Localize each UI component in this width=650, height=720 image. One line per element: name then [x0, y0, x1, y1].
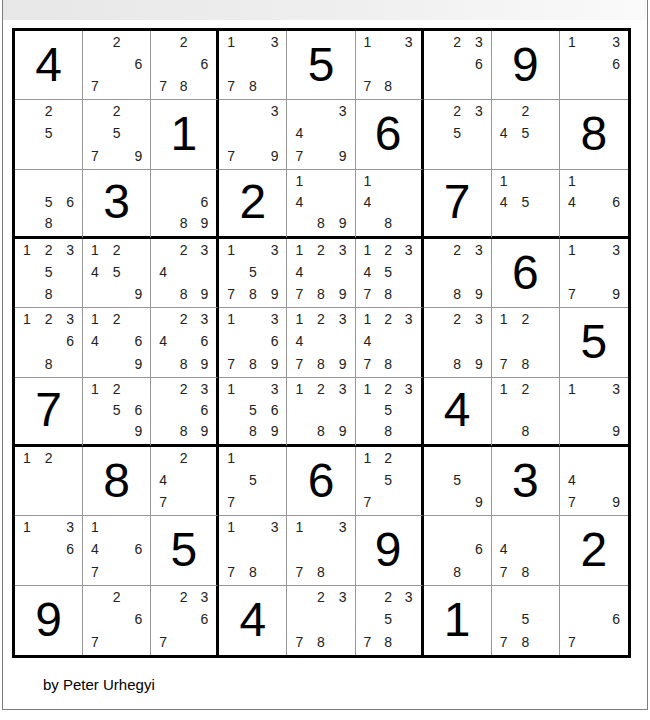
cell-r3c4[interactable]: 2	[219, 170, 287, 239]
pencil-mark: 6	[612, 57, 620, 71]
cell-r5c5[interactable]: 1234789	[287, 308, 355, 377]
pencil-marks: 23489	[151, 239, 216, 307]
pencil-mark: 8	[249, 565, 257, 579]
cell-r9c7[interactable]: 1	[424, 586, 492, 655]
given-digit: 1	[151, 100, 216, 168]
pencil-mark: 8	[453, 565, 461, 579]
cell-r8c4[interactable]: 1378	[219, 516, 287, 585]
pencil-mark: 8	[180, 79, 188, 93]
pencil-mark: 2	[384, 243, 392, 257]
given-digit: 7	[15, 378, 82, 444]
pencil-marks: 67	[560, 586, 628, 655]
pencil-marks: 148	[356, 170, 421, 236]
pencil-mark: 3	[475, 35, 483, 49]
pencil-mark: 5	[113, 403, 121, 417]
cell-r5c3[interactable]: 234689	[151, 308, 219, 377]
pencil-mark: 3	[612, 382, 620, 396]
given-digit: 4	[424, 378, 491, 444]
pencil-mark: 2	[113, 312, 121, 326]
cell-r2c7[interactable]: 235	[424, 100, 492, 169]
pencil-mark: 7	[227, 565, 235, 579]
cell-r4c4[interactable]: 135789	[219, 239, 287, 308]
pencil-mark: 8	[249, 287, 257, 301]
pencil-marks: 1489	[287, 170, 354, 236]
cell-r6c6[interactable]: 12358	[356, 378, 424, 447]
pencil-mark: 7	[364, 495, 372, 509]
pencil-mark: 6	[134, 57, 142, 71]
pencil-mark: 6	[134, 403, 142, 417]
pencil-mark: 2	[113, 104, 121, 118]
pencil-marks: 145	[492, 170, 559, 236]
pencil-mark: 8	[384, 216, 392, 230]
pencil-mark: 6	[134, 334, 142, 348]
pencil-mark: 9	[134, 424, 142, 438]
pencil-mark: 2	[317, 312, 325, 326]
pencil-marks: 12358	[15, 239, 82, 307]
pencil-mark: 6	[201, 612, 209, 626]
pencil-mark: 3	[475, 104, 483, 118]
cell-r6c8[interactable]: 128	[492, 378, 560, 447]
pencil-mark: 9	[339, 357, 347, 371]
pencil-marks: 12368	[15, 308, 82, 376]
cell-r3c2[interactable]: 3	[83, 170, 151, 239]
given-digit: 6	[287, 447, 354, 515]
pencil-mark: 2	[180, 312, 188, 326]
pencil-mark: 7	[568, 495, 576, 509]
given-digit: 6	[492, 239, 559, 307]
cell-r4c2[interactable]: 12459	[83, 239, 151, 308]
cell-r8c7[interactable]: 68	[424, 516, 492, 585]
cell-r2c4[interactable]: 379	[219, 100, 287, 169]
pencil-mark: 5	[384, 612, 392, 626]
cell-r9c1[interactable]: 9	[15, 586, 83, 655]
pencil-mark: 3	[339, 312, 347, 326]
pencil-mark: 3	[612, 35, 620, 49]
pencil-mark: 3	[405, 243, 413, 257]
cell-r6c4[interactable]: 135689	[219, 378, 287, 447]
cell-r2c1[interactable]: 25	[15, 100, 83, 169]
given-digit: 7	[424, 170, 491, 236]
pencil-mark: 1	[364, 174, 372, 188]
pencil-marks: 128	[492, 378, 559, 444]
pencil-marks: 245	[492, 100, 559, 168]
pencil-mark: 2	[113, 243, 121, 257]
pencil-mark: 4	[295, 265, 303, 279]
pencil-marks: 68	[424, 516, 491, 584]
pencil-mark: 1	[500, 382, 508, 396]
cell-r3c7[interactable]: 7	[424, 170, 492, 239]
cell-r9c8[interactable]: 578	[492, 586, 560, 655]
cell-r8c6[interactable]: 9	[356, 516, 424, 585]
pencil-mark: 3	[271, 104, 279, 118]
pencil-mark: 3	[339, 104, 347, 118]
cell-r3c9[interactable]: 146	[560, 170, 628, 239]
pencil-mark: 8	[180, 216, 188, 230]
author-credit: by Peter Urhegyi	[43, 676, 155, 693]
pencil-mark: 7	[500, 635, 508, 649]
pencil-mark: 1	[91, 312, 99, 326]
pencil-mark: 7	[295, 149, 303, 163]
pencil-mark: 9	[201, 424, 209, 438]
pencil-mark: 7	[364, 287, 372, 301]
pencil-mark: 1	[295, 382, 303, 396]
cell-r3c1[interactable]: 568	[15, 170, 83, 239]
pencil-mark: 5	[521, 126, 529, 140]
pencil-mark: 2	[453, 35, 461, 49]
cell-r8c5[interactable]: 1378	[287, 516, 355, 585]
pencil-mark: 2	[113, 382, 121, 396]
pencil-mark: 8	[384, 79, 392, 93]
pencil-marks: 379	[219, 100, 286, 168]
cell-r8c9[interactable]: 2	[560, 516, 628, 585]
cell-r8c8[interactable]: 478	[492, 516, 560, 585]
cell-r8c2[interactable]: 1467	[83, 516, 151, 585]
cell-r7c6[interactable]: 1257	[356, 447, 424, 516]
pencil-mark: 9	[134, 149, 142, 163]
cell-r5c6[interactable]: 123478	[356, 308, 424, 377]
pencil-mark: 5	[453, 126, 461, 140]
pencil-mark: 7	[159, 495, 167, 509]
given-digit: 2	[219, 170, 286, 236]
pencil-mark: 7	[295, 635, 303, 649]
cell-r9c5[interactable]: 2378	[287, 586, 355, 655]
pencil-marks: 135689	[219, 378, 286, 444]
pencil-mark: 1	[364, 382, 372, 396]
pencil-mark: 8	[521, 357, 529, 371]
pencil-mark: 2	[45, 104, 53, 118]
cell-r7c3[interactable]: 247	[151, 447, 219, 516]
pencil-mark: 4	[500, 542, 508, 556]
pencil-mark: 4	[91, 265, 99, 279]
pencil-mark: 2	[521, 312, 529, 326]
given-digit: 1	[424, 586, 491, 655]
pencil-mark: 6	[201, 195, 209, 209]
pencil-mark: 9	[271, 287, 279, 301]
pencil-mark: 9	[339, 287, 347, 301]
cell-r5c4[interactable]: 136789	[219, 308, 287, 377]
pencil-mark: 2	[45, 243, 53, 257]
pencil-mark: 9	[271, 424, 279, 438]
pencil-marks: 136789	[219, 308, 286, 376]
cell-r6c7[interactable]: 4	[424, 378, 492, 447]
pencil-marks: 479	[560, 447, 628, 515]
pencil-mark: 7	[364, 357, 372, 371]
cell-r7c9[interactable]: 479	[560, 447, 628, 516]
cell-r6c2[interactable]: 12569	[83, 378, 151, 447]
pencil-mark: 6	[612, 612, 620, 626]
given-digit: 6	[356, 100, 421, 168]
pencil-mark: 5	[384, 403, 392, 417]
pencil-marks: 12569	[83, 378, 150, 444]
pencil-mark: 4	[159, 265, 167, 279]
pencil-marks: 689	[151, 170, 216, 236]
cell-r1c8[interactable]: 9	[492, 31, 560, 100]
pencil-marks: 157	[219, 447, 286, 515]
cell-r4c1[interactable]: 12358	[15, 239, 83, 308]
pencil-mark: 7	[91, 565, 99, 579]
pencil-marks: 235	[424, 100, 491, 168]
pencil-mark: 8	[249, 79, 257, 93]
pencil-marks: 135789	[219, 239, 286, 307]
cell-r4c7[interactable]: 2389	[424, 239, 492, 308]
pencil-mark: 3	[271, 382, 279, 396]
pencil-marks: 2579	[83, 100, 150, 168]
pencil-mark: 3	[271, 243, 279, 257]
pencil-marks: 1257	[356, 447, 421, 515]
pencil-marks: 1379	[560, 239, 628, 307]
pencil-mark: 1	[91, 382, 99, 396]
pencil-mark: 1	[227, 382, 235, 396]
pencil-mark: 8	[317, 287, 325, 301]
pencil-mark: 2	[453, 104, 461, 118]
cell-r2c6[interactable]: 6	[356, 100, 424, 169]
pencil-mark: 2	[521, 104, 529, 118]
pencil-marks: 247	[151, 447, 216, 515]
pencil-mark: 9	[475, 357, 483, 371]
cell-r5c9[interactable]: 5	[560, 308, 628, 377]
given-digit: 2	[560, 516, 628, 584]
cell-r1c3[interactable]: 2678	[151, 31, 219, 100]
pencil-mark: 4	[500, 126, 508, 140]
pencil-mark: 6	[66, 542, 74, 556]
pencil-mark: 3	[339, 520, 347, 534]
pencil-mark: 8	[384, 635, 392, 649]
pencil-mark: 9	[475, 495, 483, 509]
pencil-marks: 12469	[83, 308, 150, 376]
pencil-mark: 1	[227, 35, 235, 49]
cell-r4c9[interactable]: 1379	[560, 239, 628, 308]
cell-r2c2[interactable]: 2579	[83, 100, 151, 169]
pencil-mark: 7	[227, 357, 235, 371]
pencil-mark: 2	[180, 451, 188, 465]
cell-r1c4[interactable]: 1378	[219, 31, 287, 100]
cell-r6c3[interactable]: 23689	[151, 378, 219, 447]
cell-r8c1[interactable]: 136	[15, 516, 83, 585]
pencil-mark: 8	[317, 565, 325, 579]
cell-r2c5[interactable]: 3479	[287, 100, 355, 169]
pencil-mark: 2	[384, 382, 392, 396]
pencil-mark: 2	[384, 590, 392, 604]
pencil-mark: 8	[317, 424, 325, 438]
cell-r3c8[interactable]: 145	[492, 170, 560, 239]
pencil-mark: 3	[405, 35, 413, 49]
pencil-mark: 8	[45, 287, 53, 301]
pencil-mark: 5	[249, 473, 257, 487]
pencil-mark: 7	[159, 635, 167, 649]
pencil-mark: 1	[295, 520, 303, 534]
given-digit: 3	[492, 447, 559, 515]
pencil-mark: 3	[66, 243, 74, 257]
pencil-mark: 8	[453, 287, 461, 301]
cell-r7c5[interactable]: 6	[287, 447, 355, 516]
cell-r4c6[interactable]: 1234578	[356, 239, 424, 308]
pencil-mark: 7	[91, 635, 99, 649]
pencil-mark: 7	[91, 149, 99, 163]
pencil-mark: 1	[227, 520, 235, 534]
pencil-mark: 1	[568, 243, 576, 257]
cell-r6c1[interactable]: 7	[15, 378, 83, 447]
pencil-mark: 5	[45, 265, 53, 279]
pencil-mark: 6	[271, 334, 279, 348]
pencil-mark: 9	[134, 287, 142, 301]
pencil-mark: 7	[295, 287, 303, 301]
cell-r7c4[interactable]: 157	[219, 447, 287, 516]
cell-r3c5[interactable]: 1489	[287, 170, 355, 239]
pencil-mark: 1	[568, 35, 576, 49]
pencil-marks: 136	[15, 516, 82, 584]
pencil-mark: 1	[23, 451, 31, 465]
given-digit: 8	[83, 447, 150, 515]
pencil-mark: 8	[317, 635, 325, 649]
pencil-mark: 2	[45, 312, 53, 326]
pencil-mark: 3	[339, 243, 347, 257]
pencil-marks: 1234789	[287, 239, 354, 307]
cell-r9c9[interactable]: 67	[560, 586, 628, 655]
pencil-mark: 8	[180, 424, 188, 438]
pencil-mark: 1	[568, 174, 576, 188]
cell-r2c8[interactable]: 245	[492, 100, 560, 169]
cell-r4c8[interactable]: 6	[492, 239, 560, 308]
cell-r7c7[interactable]: 59	[424, 447, 492, 516]
cell-r5c2[interactable]: 12469	[83, 308, 151, 377]
pencil-mark: 2	[180, 35, 188, 49]
cell-r3c6[interactable]: 148	[356, 170, 424, 239]
pencil-mark: 1	[364, 35, 372, 49]
pencil-mark: 2	[453, 243, 461, 257]
pencil-mark: 1	[364, 451, 372, 465]
pencil-marks: 478	[492, 516, 559, 584]
cell-r1c1[interactable]: 4	[15, 31, 83, 100]
pencil-mark: 3	[339, 590, 347, 604]
cell-r1c6[interactable]: 1378	[356, 31, 424, 100]
given-digit: 9	[492, 31, 559, 99]
pencil-mark: 6	[475, 542, 483, 556]
pencil-mark: 3	[405, 590, 413, 604]
pencil-mark: 3	[201, 590, 209, 604]
pencil-mark: 5	[249, 265, 257, 279]
pencil-mark: 1	[295, 312, 303, 326]
pencil-mark: 8	[453, 357, 461, 371]
pencil-mark: 5	[521, 195, 529, 209]
pencil-marks: 267	[83, 586, 150, 655]
cell-r4c3[interactable]: 23489	[151, 239, 219, 308]
pencil-mark: 1	[500, 312, 508, 326]
pencil-mark: 7	[500, 357, 508, 371]
cell-r7c8[interactable]: 3	[492, 447, 560, 516]
pencil-mark: 9	[134, 357, 142, 371]
pencil-mark: 8	[384, 357, 392, 371]
pencil-mark: 6	[475, 57, 483, 71]
cell-r3c3[interactable]: 689	[151, 170, 219, 239]
cell-r1c5[interactable]: 5	[287, 31, 355, 100]
pencil-mark: 1	[500, 174, 508, 188]
pencil-mark: 8	[384, 287, 392, 301]
pencil-mark: 1	[227, 312, 235, 326]
cell-r7c1[interactable]: 12	[15, 447, 83, 516]
cell-r1c7[interactable]: 236	[424, 31, 492, 100]
cell-r9c6[interactable]: 23578	[356, 586, 424, 655]
pencil-marks: 267	[83, 31, 150, 99]
given-digit: 5	[151, 516, 216, 584]
pencil-marks: 2378	[287, 586, 354, 655]
pencil-mark: 8	[521, 424, 529, 438]
given-digit: 9	[15, 586, 82, 655]
pencil-marks: 12	[15, 447, 82, 515]
pencil-marks: 234689	[151, 308, 216, 376]
cell-r2c3[interactable]: 1	[151, 100, 219, 169]
pencil-mark: 8	[317, 357, 325, 371]
pencil-mark: 1	[23, 520, 31, 534]
pencil-mark: 7	[295, 565, 303, 579]
cell-r6c5[interactable]: 12389	[287, 378, 355, 447]
pencil-mark: 8	[521, 565, 529, 579]
pencil-mark: 8	[317, 216, 325, 230]
given-digit: 8	[560, 100, 628, 168]
pencil-marks: 2389	[424, 308, 491, 376]
pencil-mark: 4	[500, 195, 508, 209]
cell-r9c3[interactable]: 2367	[151, 586, 219, 655]
pencil-mark: 9	[612, 287, 620, 301]
sudoku-board: 4267267813785137823691362525791379347962…	[12, 28, 631, 658]
cell-r5c7[interactable]: 2389	[424, 308, 492, 377]
pencil-mark: 8	[521, 635, 529, 649]
pencil-mark: 2	[453, 312, 461, 326]
pencil-marks: 568	[15, 170, 82, 236]
pencil-mark: 3	[201, 382, 209, 396]
cell-r6c9[interactable]: 139	[560, 378, 628, 447]
cell-r1c9[interactable]: 136	[560, 31, 628, 100]
pencil-mark: 2	[180, 243, 188, 257]
pencil-marks: 12358	[356, 378, 421, 444]
pencil-mark: 6	[271, 403, 279, 417]
pencil-mark: 3	[405, 312, 413, 326]
pencil-mark: 1	[295, 243, 303, 257]
cell-r4c5[interactable]: 1234789	[287, 239, 355, 308]
pencil-mark: 6	[134, 542, 142, 556]
pencil-mark: 2	[180, 382, 188, 396]
pencil-mark: 4	[568, 473, 576, 487]
pencil-mark: 5	[384, 265, 392, 279]
given-digit: 4	[219, 586, 286, 655]
pencil-marks: 12389	[287, 378, 354, 444]
cell-r8c3[interactable]: 5	[151, 516, 219, 585]
pencil-mark: 8	[249, 424, 257, 438]
given-digit: 5	[287, 31, 354, 99]
cell-r5c8[interactable]: 1278	[492, 308, 560, 377]
cell-r2c9[interactable]: 8	[560, 100, 628, 169]
pencil-mark: 9	[201, 357, 209, 371]
pencil-mark: 4	[364, 265, 372, 279]
pencil-marks: 23578	[356, 586, 421, 655]
puzzle-page: 4267267813785137823691362525791379347962…	[2, 0, 648, 710]
pencil-mark: 2	[317, 243, 325, 257]
pencil-marks: 2389	[424, 239, 491, 307]
pencil-mark: 7	[500, 565, 508, 579]
pencil-marks: 2367	[151, 586, 216, 655]
cell-r5c1[interactable]: 12368	[15, 308, 83, 377]
cell-r7c2[interactable]: 8	[83, 447, 151, 516]
cell-r9c4[interactable]: 4	[219, 586, 287, 655]
cell-r9c2[interactable]: 267	[83, 586, 151, 655]
pencil-mark: 4	[91, 334, 99, 348]
pencil-mark: 3	[475, 243, 483, 257]
pencil-mark: 2	[384, 451, 392, 465]
pencil-marks: 146	[560, 170, 628, 236]
pencil-mark: 8	[45, 216, 53, 230]
cell-r1c2[interactable]: 267	[83, 31, 151, 100]
pencil-mark: 7	[295, 357, 303, 371]
pencil-mark: 2	[45, 451, 53, 465]
